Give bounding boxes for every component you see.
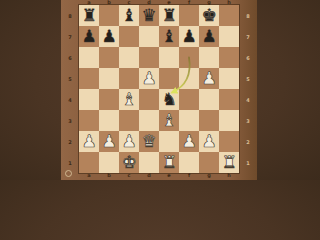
square-b7[interactable]: ♟	[99, 26, 119, 47]
square-c8[interactable]: ♝	[119, 5, 139, 26]
square-e8[interactable]: ♜	[159, 5, 179, 26]
coord-label-2: 2	[61, 131, 79, 152]
square-g7[interactable]: ♟	[199, 26, 219, 47]
coord-label-3: 3	[61, 110, 79, 131]
white-pawn-g2: ♟	[201, 133, 216, 150]
chess-board[interactable]: ♜♝♛♜♚♟♟♝♟♟♟♟♝♞♝♟♟♟♛♟♟♚♜♜	[79, 5, 239, 173]
square-h4[interactable]	[219, 89, 239, 110]
rank-labels-left: 87654321	[61, 5, 79, 173]
coord-label-7: 7	[239, 26, 257, 47]
black-pawn-g7: ♟	[201, 28, 216, 45]
black-king-g8: ♚	[201, 7, 216, 24]
square-e4[interactable]: ♞	[159, 89, 179, 110]
square-g8[interactable]: ♚	[199, 5, 219, 26]
square-g5[interactable]: ♟	[199, 68, 219, 89]
file-labels-bottom: abcdefgh	[79, 173, 239, 180]
square-b3[interactable]	[99, 110, 119, 131]
coord-label-6: 6	[239, 47, 257, 68]
white-bishop-c4: ♝	[121, 91, 136, 108]
black-pawn-f7: ♟	[181, 28, 196, 45]
coord-label-h: h	[219, 173, 239, 180]
white-pawn-g5: ♟	[201, 70, 216, 87]
square-e1[interactable]: ♜	[159, 152, 179, 173]
square-e5[interactable]	[159, 68, 179, 89]
square-d1[interactable]	[139, 152, 159, 173]
white-pawn-f2: ♟	[181, 133, 196, 150]
coord-label-c: c	[119, 173, 139, 180]
black-queen-d8: ♛	[141, 7, 156, 24]
square-d7[interactable]	[139, 26, 159, 47]
square-c3[interactable]	[119, 110, 139, 131]
square-h8[interactable]	[219, 5, 239, 26]
square-e6[interactable]	[159, 47, 179, 68]
coord-label-4: 4	[61, 89, 79, 110]
square-a7[interactable]: ♟	[79, 26, 99, 47]
coord-label-1: 1	[239, 152, 257, 173]
white-queen-d2: ♛	[141, 133, 156, 150]
square-b6[interactable]	[99, 47, 119, 68]
square-h3[interactable]	[219, 110, 239, 131]
square-f6[interactable]	[179, 47, 199, 68]
white-rook-e1: ♜	[161, 154, 176, 171]
square-h2[interactable]	[219, 131, 239, 152]
square-g4[interactable]	[199, 89, 219, 110]
square-a2[interactable]: ♟	[79, 131, 99, 152]
square-d2[interactable]: ♛	[139, 131, 159, 152]
black-pawn-a7: ♟	[81, 28, 96, 45]
square-f2[interactable]: ♟	[179, 131, 199, 152]
coord-label-e: e	[159, 173, 179, 180]
square-g2[interactable]: ♟	[199, 131, 219, 152]
white-bishop-e3: ♝	[161, 112, 176, 129]
square-e3[interactable]: ♝	[159, 110, 179, 131]
square-b2[interactable]: ♟	[99, 131, 119, 152]
coord-label-5: 5	[239, 68, 257, 89]
square-g1[interactable]	[199, 152, 219, 173]
corner-mark	[65, 170, 72, 177]
square-h5[interactable]	[219, 68, 239, 89]
square-d5[interactable]: ♟	[139, 68, 159, 89]
black-bishop-c8: ♝	[121, 7, 136, 24]
square-b1[interactable]	[99, 152, 119, 173]
white-rook-h1: ♜	[221, 154, 236, 171]
square-g3[interactable]	[199, 110, 219, 131]
square-a4[interactable]	[79, 89, 99, 110]
square-f5[interactable]	[179, 68, 199, 89]
square-b5[interactable]	[99, 68, 119, 89]
square-e7[interactable]: ♝	[159, 26, 179, 47]
coord-label-b: b	[99, 173, 119, 180]
square-g6[interactable]	[199, 47, 219, 68]
square-c2[interactable]: ♟	[119, 131, 139, 152]
white-pawn-d5: ♟	[141, 70, 156, 87]
square-b4[interactable]	[99, 89, 119, 110]
square-d4[interactable]	[139, 89, 159, 110]
square-a8[interactable]: ♜	[79, 5, 99, 26]
black-rook-e8: ♜	[161, 7, 176, 24]
square-h6[interactable]	[219, 47, 239, 68]
square-c6[interactable]	[119, 47, 139, 68]
white-pawn-b2: ♟	[101, 133, 116, 150]
square-a5[interactable]	[79, 68, 99, 89]
black-pawn-b7: ♟	[101, 28, 116, 45]
black-knight-e4: ♞	[161, 91, 176, 108]
rank-labels-right: 87654321	[239, 5, 257, 173]
square-a3[interactable]	[79, 110, 99, 131]
white-pawn-a2: ♟	[81, 133, 96, 150]
square-d3[interactable]	[139, 110, 159, 131]
coord-label-6: 6	[61, 47, 79, 68]
square-f8[interactable]	[179, 5, 199, 26]
square-h7[interactable]	[219, 26, 239, 47]
square-a6[interactable]	[79, 47, 99, 68]
white-pawn-c2: ♟	[121, 133, 136, 150]
square-h1[interactable]: ♜	[219, 152, 239, 173]
square-d8[interactable]: ♛	[139, 5, 159, 26]
square-d6[interactable]	[139, 47, 159, 68]
coord-label-5: 5	[61, 68, 79, 89]
black-bishop-e7: ♝	[161, 28, 176, 45]
square-c5[interactable]	[119, 68, 139, 89]
video-frame: { "game": "chess", "position": "r1bqr1k1…	[0, 0, 320, 180]
coord-label-4: 4	[239, 89, 257, 110]
white-king-c1: ♚	[121, 154, 136, 171]
coord-label-2: 2	[239, 131, 257, 152]
coord-label-g: g	[199, 173, 219, 180]
square-f3[interactable]	[179, 110, 199, 131]
coord-label-8: 8	[239, 5, 257, 26]
coord-label-8: 8	[61, 5, 79, 26]
black-rook-a8: ♜	[81, 7, 96, 24]
square-f4[interactable]	[179, 89, 199, 110]
square-f1[interactable]	[179, 152, 199, 173]
square-b8[interactable]	[99, 5, 119, 26]
square-e2[interactable]	[159, 131, 179, 152]
coord-label-f: f	[179, 173, 199, 180]
square-c1[interactable]: ♚	[119, 152, 139, 173]
square-a1[interactable]	[79, 152, 99, 173]
square-c7[interactable]	[119, 26, 139, 47]
coord-label-a: a	[79, 173, 99, 180]
square-f7[interactable]: ♟	[179, 26, 199, 47]
coord-label-d: d	[139, 173, 159, 180]
square-c4[interactable]: ♝	[119, 89, 139, 110]
coord-label-3: 3	[239, 110, 257, 131]
coord-label-7: 7	[61, 26, 79, 47]
